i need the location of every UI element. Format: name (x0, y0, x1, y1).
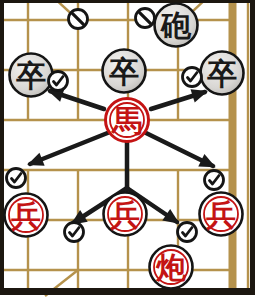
badge-allowed (183, 68, 202, 87)
piece-black-cannon: 砲 (155, 4, 198, 47)
piece-black-soldier-mid: 卒 (103, 50, 146, 93)
piece-glyph-black-soldier-left: 卒 (16, 58, 46, 93)
piece-glyph-red-horse: 馬 (111, 103, 142, 138)
piece-glyph-black-soldier-right: 卒 (207, 56, 237, 91)
piece-black-soldier-left: 卒 (10, 54, 53, 97)
piece-glyph-red-soldier-mid: 兵 (109, 197, 140, 232)
piece-glyph-black-soldier-mid: 卒 (109, 54, 139, 89)
xiangqi-diagram: 砲卒卒卒馬兵兵兵炮 (0, 0, 255, 297)
badge-blocked (69, 10, 88, 29)
badge-allowed (49, 72, 68, 91)
badge-allowed (7, 169, 26, 188)
piece-red-horse: 馬 (106, 99, 149, 142)
piece-glyph-black-cannon: 砲 (160, 8, 192, 43)
piece-red-soldier-mid: 兵 (104, 193, 147, 236)
piece-red-soldier-right: 兵 (200, 193, 243, 236)
piece-red-cannon: 炮 (150, 246, 193, 289)
piece-glyph-red-soldier-right: 兵 (205, 197, 236, 232)
badge-allowed (65, 223, 84, 242)
badge-allowed (178, 223, 197, 242)
xiangqi-board: 砲卒卒卒馬兵兵兵炮 (0, 0, 255, 297)
badge-blocked (136, 9, 155, 28)
piece-red-soldier-left: 兵 (5, 194, 48, 237)
piece-glyph-red-cannon: 炮 (155, 250, 187, 285)
piece-glyph-red-soldier-left: 兵 (10, 198, 41, 233)
board-right-edge (229, 3, 237, 289)
badge-allowed (205, 171, 224, 190)
piece-black-soldier-right: 卒 (201, 52, 244, 95)
